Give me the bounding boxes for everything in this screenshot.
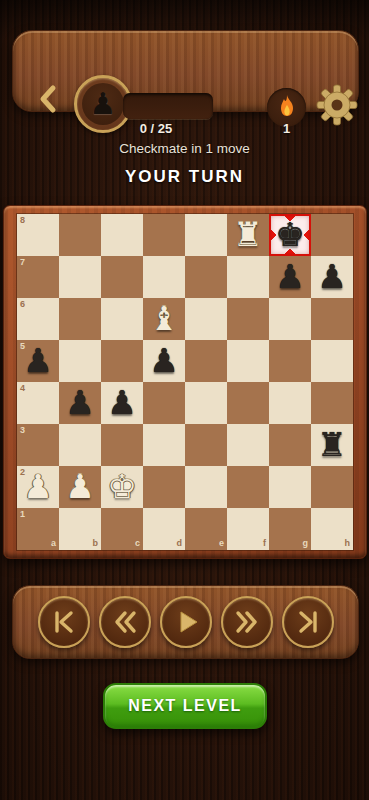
square-c6[interactable] xyxy=(101,298,143,340)
file-label-f: f xyxy=(263,539,266,548)
square-d1[interactable]: d xyxy=(143,508,185,550)
square-c3[interactable] xyxy=(101,424,143,466)
square-f4[interactable] xyxy=(227,382,269,424)
square-g4[interactable] xyxy=(269,382,311,424)
square-b5[interactable] xyxy=(59,340,101,382)
square-g6[interactable] xyxy=(269,298,311,340)
square-d2[interactable] xyxy=(143,466,185,508)
square-b8[interactable] xyxy=(59,214,101,256)
file-label-d: d xyxy=(177,539,183,548)
square-d4[interactable] xyxy=(143,382,185,424)
black-pawn-d5[interactable]: ♟ xyxy=(143,340,185,382)
double-chevron-right-icon xyxy=(230,605,264,639)
square-h7[interactable]: ♟ xyxy=(311,256,353,298)
square-b1[interactable]: b xyxy=(59,508,101,550)
next-level-label: NEXT LEVEL xyxy=(128,697,242,715)
square-f5[interactable] xyxy=(227,340,269,382)
top-bar: ♟ 0 / 25 1 xyxy=(12,30,359,112)
gear-icon xyxy=(316,84,358,130)
square-b4[interactable]: ♟ xyxy=(59,382,101,424)
black-pawn-b4[interactable]: ♟ xyxy=(59,382,101,424)
square-a2[interactable]: 2♟ xyxy=(17,466,59,508)
square-d6[interactable]: ♝ xyxy=(143,298,185,340)
square-h2[interactable] xyxy=(311,466,353,508)
rank-label-4: 4 xyxy=(20,384,25,393)
turn-indicator: YOUR TURN xyxy=(0,167,369,187)
square-g1[interactable]: g xyxy=(269,508,311,550)
move-nav-bar xyxy=(12,585,359,659)
rank-label-6: 6 xyxy=(20,300,25,309)
streak-count: 1 xyxy=(267,121,306,136)
square-e3[interactable] xyxy=(185,424,227,466)
square-f6[interactable] xyxy=(227,298,269,340)
rewind-button[interactable] xyxy=(99,596,151,648)
square-c7[interactable] xyxy=(101,256,143,298)
puzzle-subtitle: Checkmate in 1 move xyxy=(0,141,369,156)
progress-bar xyxy=(123,93,213,119)
chevron-left-icon xyxy=(37,84,59,118)
black-pawn-g7[interactable]: ♟ xyxy=(269,256,311,298)
play-icon xyxy=(169,605,203,639)
last-move-button[interactable] xyxy=(282,596,334,648)
square-h8[interactable] xyxy=(311,214,353,256)
double-chevron-left-icon xyxy=(108,605,142,639)
progress-label: 0 / 25 xyxy=(113,121,199,136)
square-h6[interactable] xyxy=(311,298,353,340)
square-h5[interactable] xyxy=(311,340,353,382)
square-e5[interactable] xyxy=(185,340,227,382)
square-c8[interactable] xyxy=(101,214,143,256)
square-e7[interactable] xyxy=(185,256,227,298)
rank-label-7: 7 xyxy=(20,258,25,267)
white-king-c2[interactable]: ♚ xyxy=(101,466,143,508)
white-pawn-b2[interactable]: ♟ xyxy=(59,466,101,508)
square-d3[interactable] xyxy=(143,424,185,466)
black-rook-h3[interactable]: ♜ xyxy=(311,424,353,466)
square-a5[interactable]: 5♟ xyxy=(17,340,59,382)
file-label-g: g xyxy=(303,539,309,548)
square-c1[interactable]: c xyxy=(101,508,143,550)
square-g2[interactable] xyxy=(269,466,311,508)
square-g8[interactable]: ♚ xyxy=(269,214,311,256)
white-rook-f8[interactable]: ♜ xyxy=(227,214,269,256)
square-f3[interactable] xyxy=(227,424,269,466)
square-b7[interactable] xyxy=(59,256,101,298)
square-a1[interactable]: 1a xyxy=(17,508,59,550)
square-d5[interactable]: ♟ xyxy=(143,340,185,382)
avatar-inner: ♟ xyxy=(82,83,124,125)
square-f8[interactable]: ♜ xyxy=(227,214,269,256)
square-e4[interactable] xyxy=(185,382,227,424)
skip-to-end-icon xyxy=(291,605,325,639)
first-move-button[interactable] xyxy=(38,596,90,648)
square-e6[interactable] xyxy=(185,298,227,340)
rank-label-3: 3 xyxy=(20,426,25,435)
square-h4[interactable] xyxy=(311,382,353,424)
square-f1[interactable]: f xyxy=(227,508,269,550)
square-b6[interactable] xyxy=(59,298,101,340)
back-button[interactable] xyxy=(33,83,63,119)
next-level-button[interactable]: NEXT LEVEL xyxy=(103,683,267,729)
app-screen: ♟ 0 / 25 1 xyxy=(0,0,369,800)
settings-button[interactable] xyxy=(314,84,360,130)
rank-label-8: 8 xyxy=(20,216,25,225)
white-bishop-d6[interactable]: ♝ xyxy=(143,298,185,340)
black-pawn-icon: ♟ xyxy=(90,83,117,125)
square-f7[interactable] xyxy=(227,256,269,298)
square-e1[interactable]: e xyxy=(185,508,227,550)
square-g7[interactable]: ♟ xyxy=(269,256,311,298)
file-label-a: a xyxy=(51,539,56,548)
square-b2[interactable]: ♟ xyxy=(59,466,101,508)
chess-board: 8♜♚7♟♟6♝5♟♟4♟♟3♜2♟♟♚1abcdefgh xyxy=(17,214,353,550)
square-a4[interactable]: 4 xyxy=(17,382,59,424)
board-frame: 8♜♚7♟♟6♝5♟♟4♟♟3♜2♟♟♚1abcdefgh xyxy=(3,205,367,559)
square-a6[interactable]: 6 xyxy=(17,298,59,340)
square-b3[interactable] xyxy=(59,424,101,466)
square-d8[interactable] xyxy=(143,214,185,256)
black-pawn-c4[interactable]: ♟ xyxy=(101,382,143,424)
file-label-e: e xyxy=(219,539,224,548)
square-g3[interactable] xyxy=(269,424,311,466)
square-a7[interactable]: 7 xyxy=(17,256,59,298)
file-label-c: c xyxy=(135,539,140,548)
square-c2[interactable]: ♚ xyxy=(101,466,143,508)
square-d7[interactable] xyxy=(143,256,185,298)
square-c4[interactable]: ♟ xyxy=(101,382,143,424)
black-king-g8[interactable]: ♚ xyxy=(269,214,311,256)
square-g5[interactable] xyxy=(269,340,311,382)
white-pawn-a2[interactable]: ♟ xyxy=(17,466,59,508)
rank-label-1: 1 xyxy=(20,510,25,519)
square-a8[interactable]: 8 xyxy=(17,214,59,256)
square-e8[interactable] xyxy=(185,214,227,256)
square-h1[interactable]: h xyxy=(311,508,353,550)
skip-to-start-icon xyxy=(47,605,81,639)
square-f2[interactable] xyxy=(227,466,269,508)
file-label-h: h xyxy=(345,539,351,548)
black-pawn-a5[interactable]: ♟ xyxy=(17,340,59,382)
square-h3[interactable]: ♜ xyxy=(311,424,353,466)
square-c5[interactable] xyxy=(101,340,143,382)
play-button[interactable] xyxy=(160,596,212,648)
black-pawn-h7[interactable]: ♟ xyxy=(311,256,353,298)
forward-button[interactable] xyxy=(221,596,273,648)
file-label-b: b xyxy=(93,539,99,548)
square-a3[interactable]: 3 xyxy=(17,424,59,466)
flame-icon xyxy=(277,94,297,122)
square-e2[interactable] xyxy=(185,466,227,508)
